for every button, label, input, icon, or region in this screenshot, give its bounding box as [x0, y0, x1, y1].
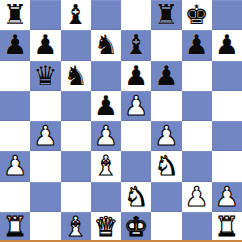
square-a3[interactable]: ♟ [0, 151, 30, 181]
square-e1[interactable]: ♚ [121, 212, 151, 242]
square-g8[interactable]: ♚ [182, 0, 212, 30]
square-e4[interactable] [121, 121, 151, 151]
white-king-icon[interactable]: ♚ [121, 212, 151, 242]
white-rook-icon[interactable]: ♜ [212, 212, 242, 242]
black-bishop-icon[interactable]: ♝ [121, 30, 151, 60]
square-e3[interactable] [121, 151, 151, 181]
white-pawn-icon[interactable]: ♟ [0, 151, 30, 181]
white-pawn-icon[interactable]: ♟ [91, 121, 121, 151]
square-e6[interactable]: ♟ [121, 61, 151, 91]
square-d7[interactable]: ♞ [91, 30, 121, 60]
square-d4[interactable]: ♟ [91, 121, 121, 151]
square-f6[interactable]: ♟ [151, 61, 181, 91]
black-pawn-icon[interactable]: ♟ [121, 61, 151, 91]
square-c4[interactable] [61, 121, 91, 151]
square-g3[interactable] [182, 151, 212, 181]
square-b2[interactable] [30, 182, 60, 212]
square-h7[interactable]: ♟ [212, 30, 242, 60]
square-b3[interactable] [30, 151, 60, 181]
square-a4[interactable] [0, 121, 30, 151]
square-d3[interactable]: ♝ [91, 151, 121, 181]
square-a5[interactable] [0, 91, 30, 121]
square-h3[interactable] [212, 151, 242, 181]
square-b1[interactable] [30, 212, 60, 242]
square-e8[interactable] [121, 0, 151, 30]
black-knight-icon[interactable]: ♞ [61, 61, 91, 91]
square-c3[interactable] [61, 151, 91, 181]
square-a1[interactable]: ♜ [0, 212, 30, 242]
square-d6[interactable] [91, 61, 121, 91]
square-a6[interactable] [0, 61, 30, 91]
square-f1[interactable] [151, 212, 181, 242]
black-pawn-icon[interactable]: ♟ [91, 91, 121, 121]
square-h8[interactable] [212, 0, 242, 30]
black-pawn-icon[interactable]: ♟ [182, 30, 212, 60]
black-bishop-icon[interactable]: ♝ [61, 0, 91, 30]
black-queen-icon[interactable]: ♛ [30, 61, 60, 91]
white-bishop-icon[interactable]: ♝ [61, 212, 91, 242]
square-f8[interactable]: ♜ [151, 0, 181, 30]
square-a2[interactable] [0, 182, 30, 212]
black-pawn-icon[interactable]: ♟ [212, 30, 242, 60]
square-a7[interactable]: ♟ [0, 30, 30, 60]
square-b4[interactable]: ♟ [30, 121, 60, 151]
square-b6[interactable]: ♛ [30, 61, 60, 91]
chess-board: ♜♝♜♚♟♟♞♝♟♟♛♞♟♟♟♟♟♟♟♟♝♞♞♟♟♜♝♛♚♜ [0, 0, 242, 240]
black-rook-icon[interactable]: ♜ [0, 0, 30, 30]
square-c5[interactable] [61, 91, 91, 121]
square-c8[interactable]: ♝ [61, 0, 91, 30]
white-pawn-icon[interactable]: ♟ [151, 121, 181, 151]
square-f4[interactable]: ♟ [151, 121, 181, 151]
black-pawn-icon[interactable]: ♟ [151, 61, 181, 91]
square-f3[interactable]: ♞ [151, 151, 181, 181]
square-g4[interactable] [182, 121, 212, 151]
square-e7[interactable]: ♝ [121, 30, 151, 60]
white-knight-icon[interactable]: ♞ [151, 151, 181, 181]
square-b8[interactable] [30, 0, 60, 30]
square-f7[interactable] [151, 30, 181, 60]
black-pawn-icon[interactable]: ♟ [0, 30, 30, 60]
square-e2[interactable]: ♞ [121, 182, 151, 212]
white-pawn-icon[interactable]: ♟ [182, 182, 212, 212]
square-c7[interactable] [61, 30, 91, 60]
square-b7[interactable]: ♟ [30, 30, 60, 60]
white-pawn-icon[interactable]: ♟ [30, 121, 60, 151]
white-knight-icon[interactable]: ♞ [121, 182, 151, 212]
square-g2[interactable]: ♟ [182, 182, 212, 212]
square-f5[interactable] [151, 91, 181, 121]
square-b5[interactable] [30, 91, 60, 121]
black-rook-icon[interactable]: ♜ [151, 0, 181, 30]
square-h5[interactable] [212, 91, 242, 121]
square-g5[interactable] [182, 91, 212, 121]
square-e5[interactable]: ♟ [121, 91, 151, 121]
black-pawn-icon[interactable]: ♟ [30, 30, 60, 60]
square-c2[interactable] [61, 182, 91, 212]
black-knight-icon[interactable]: ♞ [91, 30, 121, 60]
square-a8[interactable]: ♜ [0, 0, 30, 30]
square-h2[interactable]: ♟ [212, 182, 242, 212]
square-g1[interactable] [182, 212, 212, 242]
white-rook-icon[interactable]: ♜ [0, 212, 30, 242]
white-queen-icon[interactable]: ♛ [91, 212, 121, 242]
white-pawn-icon[interactable]: ♟ [121, 91, 151, 121]
square-h6[interactable] [212, 61, 242, 91]
white-bishop-icon[interactable]: ♝ [91, 151, 121, 181]
square-g6[interactable] [182, 61, 212, 91]
square-d8[interactable] [91, 0, 121, 30]
square-c6[interactable]: ♞ [61, 61, 91, 91]
square-h4[interactable] [212, 121, 242, 151]
square-g7[interactable]: ♟ [182, 30, 212, 60]
white-pawn-icon[interactable]: ♟ [212, 182, 242, 212]
square-f2[interactable] [151, 182, 181, 212]
square-d2[interactable] [91, 182, 121, 212]
square-c1[interactable]: ♝ [61, 212, 91, 242]
square-h1[interactable]: ♜ [212, 212, 242, 242]
square-d5[interactable]: ♟ [91, 91, 121, 121]
black-king-icon[interactable]: ♚ [182, 0, 212, 30]
square-d1[interactable]: ♛ [91, 212, 121, 242]
